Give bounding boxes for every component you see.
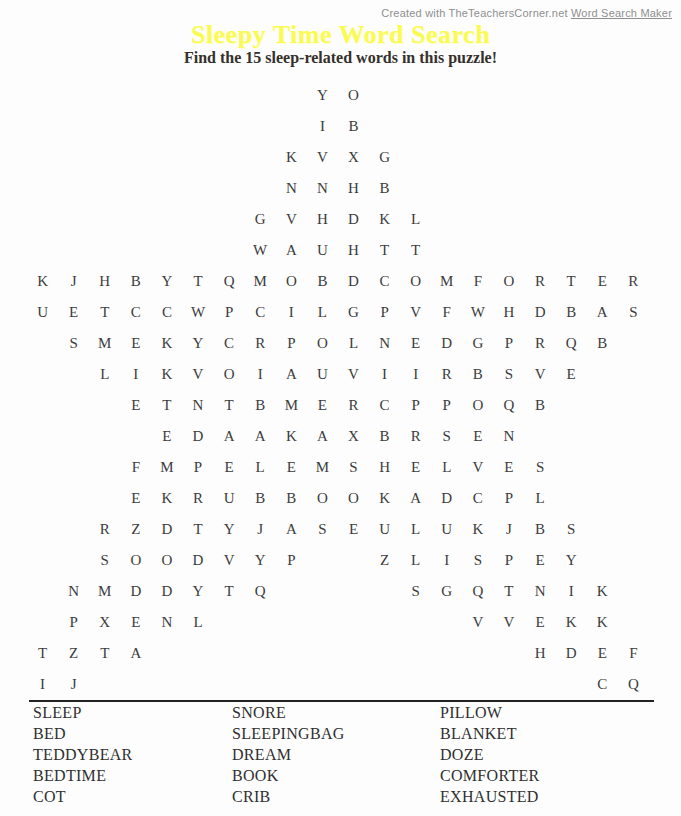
grid-cell: W — [182, 297, 213, 328]
grid-cell: Y — [307, 80, 338, 111]
grid-cell: S — [525, 452, 556, 483]
grid-cell-empty — [618, 173, 649, 204]
grid-cell-empty — [618, 452, 649, 483]
grid-cell-empty — [120, 80, 151, 111]
grid-cell: E — [587, 638, 618, 669]
grid-cell: B — [338, 111, 369, 142]
grid-cell-empty — [525, 111, 556, 142]
grid-cell-empty — [493, 111, 524, 142]
grid-cell-empty — [58, 545, 89, 576]
grid-cell: I — [400, 359, 431, 390]
grid-cell-empty — [618, 390, 649, 421]
grid-cell-empty — [89, 452, 120, 483]
grid-cell-empty — [27, 173, 58, 204]
grid-cell: P — [493, 483, 524, 514]
grid-cell-empty — [431, 607, 462, 638]
grid-cell: M — [89, 328, 120, 359]
grid-cell-empty — [214, 607, 245, 638]
grid-cell-empty — [338, 545, 369, 576]
grid-cell: R — [400, 421, 431, 452]
grid-cell: W — [462, 297, 493, 328]
grid-cell: Q — [245, 576, 276, 607]
word-search-maker-link[interactable]: Word Search Maker — [571, 7, 672, 19]
grid-cell-empty — [618, 421, 649, 452]
grid-cell-empty — [618, 80, 649, 111]
grid-cell: Q — [462, 576, 493, 607]
word-list-item: BLANKET — [440, 724, 540, 745]
grid-cell: J — [58, 266, 89, 297]
grid-cell-empty — [245, 111, 276, 142]
grid-cell-empty — [525, 204, 556, 235]
grid-cell-empty — [400, 669, 431, 700]
grid-cell: E — [400, 328, 431, 359]
grid-cell-empty — [462, 204, 493, 235]
grid-cell-empty — [89, 483, 120, 514]
grid-cell: E — [151, 421, 182, 452]
grid-cell: S — [338, 452, 369, 483]
grid-cell-empty — [182, 173, 213, 204]
grid-cell: H — [493, 297, 524, 328]
grid-cell: B — [525, 514, 556, 545]
grid-cell: V — [214, 545, 245, 576]
grid-cell-empty — [462, 111, 493, 142]
grid-cell-empty — [525, 80, 556, 111]
grid-cell-empty — [556, 421, 587, 452]
grid-cell: L — [525, 483, 556, 514]
grid-cell: I — [120, 359, 151, 390]
grid-cell: K — [276, 421, 307, 452]
grid-cell: U — [431, 514, 462, 545]
grid-cell: Z — [58, 638, 89, 669]
grid-cell-empty — [89, 111, 120, 142]
grid-cell-empty — [58, 483, 89, 514]
grid-cell-empty — [27, 390, 58, 421]
grid-cell-empty — [493, 638, 524, 669]
grid-cell: V — [462, 452, 493, 483]
credit-text: Created with TheTeachersCorner.net — [381, 7, 571, 19]
grid-cell: T — [369, 235, 400, 266]
grid-cell-empty — [556, 142, 587, 173]
grid-cell-empty — [58, 421, 89, 452]
grid-cell: E — [307, 390, 338, 421]
grid-cell-empty — [369, 80, 400, 111]
grid-cell: L — [245, 452, 276, 483]
word-list-item: SLEEPINGBAG — [232, 724, 440, 745]
grid-cell-empty — [214, 142, 245, 173]
grid-cell-empty — [307, 638, 338, 669]
grid-cell-empty — [27, 204, 58, 235]
grid-cell: M — [245, 266, 276, 297]
word-list-item: COT — [33, 787, 232, 808]
grid-cell: I — [245, 359, 276, 390]
grid-cell-empty — [587, 235, 618, 266]
grid-cell: A — [307, 421, 338, 452]
grid-cell: K — [369, 483, 400, 514]
grid-cell: I — [27, 669, 58, 700]
grid-cell: A — [276, 514, 307, 545]
word-list-column: PILLOWBLANKETDOZECOMFORTEREXHAUSTED — [440, 703, 540, 808]
grid-cell: P — [276, 328, 307, 359]
grid-cell-empty — [27, 483, 58, 514]
grid-cell-empty — [587, 421, 618, 452]
grid-cell: N — [369, 328, 400, 359]
grid-cell: C — [587, 669, 618, 700]
grid-cell-empty — [214, 235, 245, 266]
grid-cell-empty — [89, 421, 120, 452]
grid-cell: A — [276, 235, 307, 266]
grid-cell: T — [27, 638, 58, 669]
grid-cell: K — [27, 266, 58, 297]
grid-cell: E — [462, 421, 493, 452]
grid-cell: P — [400, 390, 431, 421]
grid-cell: I — [431, 545, 462, 576]
grid-cell: S — [462, 545, 493, 576]
grid-cell-empty — [618, 328, 649, 359]
grid-cell-empty — [431, 638, 462, 669]
grid-cell-empty — [27, 514, 58, 545]
grid-cell-empty — [587, 80, 618, 111]
grid-cell-empty — [307, 545, 338, 576]
grid-cell-empty — [27, 80, 58, 111]
grid-cell: E — [214, 452, 245, 483]
grid-cell-empty — [89, 204, 120, 235]
grid-cell: Y — [182, 576, 213, 607]
grid-cell: D — [525, 297, 556, 328]
grid-cell-empty — [462, 142, 493, 173]
word-list-divider — [29, 700, 654, 702]
grid-cell-empty — [120, 669, 151, 700]
grid-cell-empty — [182, 111, 213, 142]
grid-cell: P — [182, 452, 213, 483]
grid-cell-empty — [525, 173, 556, 204]
grid-cell: P — [369, 297, 400, 328]
grid-cell: B — [369, 173, 400, 204]
grid-cell-empty — [58, 204, 89, 235]
grid-cell-empty — [556, 452, 587, 483]
grid-cell: V — [338, 359, 369, 390]
grid-cell: K — [462, 514, 493, 545]
grid-cell-empty — [276, 607, 307, 638]
grid-cell: X — [338, 142, 369, 173]
grid-cell: V — [400, 297, 431, 328]
grid-cell: L — [89, 359, 120, 390]
word-list-item: DOZE — [440, 745, 540, 766]
grid-cell: D — [431, 483, 462, 514]
grid-cell: O — [307, 483, 338, 514]
grid-cell-empty — [431, 235, 462, 266]
grid-cell: L — [400, 514, 431, 545]
grid-cell-empty — [307, 607, 338, 638]
grid-cell: F — [618, 638, 649, 669]
grid-cell: O — [214, 359, 245, 390]
grid-cell: S — [307, 514, 338, 545]
grid-cell: R — [89, 514, 120, 545]
grid-cell-empty — [618, 576, 649, 607]
grid-cell-empty — [400, 111, 431, 142]
grid-cell-empty — [58, 452, 89, 483]
grid-cell-empty — [431, 80, 462, 111]
grid-cell: P — [214, 297, 245, 328]
grid-cell: D — [556, 638, 587, 669]
grid-cell: E — [120, 607, 151, 638]
grid-cell: F — [431, 297, 462, 328]
grid-cell: K — [151, 328, 182, 359]
grid-cell-empty — [58, 173, 89, 204]
grid-cell: S — [400, 576, 431, 607]
grid-cell: B — [462, 359, 493, 390]
grid-cell: M — [89, 576, 120, 607]
grid-cell: B — [245, 483, 276, 514]
grid-cell: O — [400, 266, 431, 297]
grid-cell: L — [338, 328, 369, 359]
grid-cell: O — [151, 545, 182, 576]
grid-cell: W — [245, 235, 276, 266]
grid-cell-empty — [276, 111, 307, 142]
grid-cell: I — [556, 576, 587, 607]
grid-cell: U — [307, 359, 338, 390]
grid-cell: U — [369, 514, 400, 545]
grid-cell-empty — [120, 421, 151, 452]
grid-cell-empty — [27, 576, 58, 607]
grid-cell: Y — [151, 266, 182, 297]
grid-cell: D — [431, 328, 462, 359]
letter-grid: YOIBKVXGNNHBGVHDKLWAUHTTKJHBYTQMOBDCOMFO… — [27, 80, 649, 700]
grid-cell-empty — [618, 607, 649, 638]
grid-cell: V — [493, 607, 524, 638]
grid-cell-empty — [431, 173, 462, 204]
grid-cell-empty — [618, 483, 649, 514]
grid-cell: V — [307, 142, 338, 173]
grid-cell-empty — [151, 80, 182, 111]
grid-cell-empty — [493, 235, 524, 266]
word-list-item: SNORE — [232, 703, 440, 724]
grid-cell: L — [431, 452, 462, 483]
word-list-item: EXHAUSTED — [440, 787, 540, 808]
grid-cell-empty — [276, 80, 307, 111]
grid-cell: E — [120, 328, 151, 359]
grid-cell-empty — [120, 173, 151, 204]
grid-cell-empty — [27, 111, 58, 142]
grid-cell: T — [400, 235, 431, 266]
grid-cell: B — [307, 266, 338, 297]
grid-cell-empty — [400, 638, 431, 669]
grid-cell-empty — [307, 576, 338, 607]
grid-cell: B — [587, 328, 618, 359]
grid-cell-empty — [89, 235, 120, 266]
grid-cell: C — [462, 483, 493, 514]
grid-cell-empty — [151, 111, 182, 142]
grid-cell-empty — [431, 142, 462, 173]
grid-cell-empty — [58, 390, 89, 421]
grid-cell-empty — [462, 235, 493, 266]
grid-cell: T — [89, 638, 120, 669]
grid-cell: E — [58, 297, 89, 328]
grid-cell-empty — [462, 638, 493, 669]
grid-cell-empty — [182, 638, 213, 669]
grid-cell: N — [58, 576, 89, 607]
grid-cell: K — [587, 576, 618, 607]
grid-cell: H — [338, 173, 369, 204]
word-list-item: BED — [33, 724, 232, 745]
grid-cell-empty — [338, 669, 369, 700]
grid-cell-empty — [400, 607, 431, 638]
puzzle-title: Sleepy Time Word Search — [0, 20, 681, 50]
grid-cell: E — [556, 359, 587, 390]
grid-cell: O — [462, 390, 493, 421]
grid-cell: E — [587, 266, 618, 297]
grid-cell-empty — [58, 80, 89, 111]
grid-cell-empty — [245, 80, 276, 111]
grid-cell-empty — [493, 80, 524, 111]
grid-cell: G — [462, 328, 493, 359]
grid-cell-empty — [587, 142, 618, 173]
grid-cell: H — [89, 266, 120, 297]
grid-cell: U — [27, 297, 58, 328]
grid-cell: J — [493, 514, 524, 545]
grid-cell-empty — [89, 173, 120, 204]
grid-cell-empty — [587, 483, 618, 514]
grid-cell-empty — [58, 142, 89, 173]
grid-cell: T — [493, 576, 524, 607]
grid-cell-empty — [493, 204, 524, 235]
grid-cell: U — [307, 235, 338, 266]
grid-cell: S — [556, 514, 587, 545]
grid-cell-empty — [525, 235, 556, 266]
grid-cell-empty — [587, 359, 618, 390]
grid-cell: H — [338, 235, 369, 266]
grid-cell-empty — [214, 111, 245, 142]
grid-cell: H — [369, 452, 400, 483]
grid-cell: Z — [369, 545, 400, 576]
grid-cell: E — [525, 607, 556, 638]
grid-cell: A — [120, 638, 151, 669]
grid-cell-empty — [338, 607, 369, 638]
grid-cell-empty — [182, 142, 213, 173]
grid-cell-empty — [587, 173, 618, 204]
grid-cell: R — [182, 483, 213, 514]
grid-cell-empty — [338, 576, 369, 607]
grid-cell: B — [369, 421, 400, 452]
grid-cell: D — [338, 266, 369, 297]
grid-cell: V — [182, 359, 213, 390]
word-list-item: CRIB — [232, 787, 440, 808]
grid-cell-empty — [182, 80, 213, 111]
grid-cell-empty — [245, 142, 276, 173]
grid-cell-empty — [525, 669, 556, 700]
grid-cell-empty — [214, 669, 245, 700]
grid-cell-empty — [431, 669, 462, 700]
grid-cell-empty — [27, 452, 58, 483]
grid-cell: G — [369, 142, 400, 173]
grid-cell-empty — [245, 638, 276, 669]
grid-cell: O — [493, 266, 524, 297]
grid-cell-empty — [58, 514, 89, 545]
grid-cell: S — [618, 297, 649, 328]
grid-cell: E — [493, 452, 524, 483]
grid-cell-empty — [27, 421, 58, 452]
grid-cell-empty — [245, 607, 276, 638]
grid-cell-empty — [214, 173, 245, 204]
grid-cell: I — [369, 359, 400, 390]
grid-cell: S — [89, 545, 120, 576]
grid-cell: E — [400, 452, 431, 483]
grid-cell-empty — [493, 669, 524, 700]
grid-cell-empty — [493, 142, 524, 173]
grid-cell-empty — [307, 669, 338, 700]
grid-cell: H — [525, 638, 556, 669]
grid-cell-empty — [245, 173, 276, 204]
grid-cell: L — [400, 545, 431, 576]
grid-cell: N — [151, 607, 182, 638]
grid-cell-empty — [214, 638, 245, 669]
grid-cell: C — [120, 297, 151, 328]
grid-cell-empty — [151, 204, 182, 235]
grid-cell: A — [276, 359, 307, 390]
grid-cell: V — [525, 359, 556, 390]
grid-cell: O — [338, 80, 369, 111]
grid-cell: L — [307, 297, 338, 328]
grid-cell-empty — [556, 173, 587, 204]
grid-cell: A — [245, 421, 276, 452]
grid-cell: C — [214, 328, 245, 359]
grid-cell: M — [431, 266, 462, 297]
grid-cell: F — [462, 266, 493, 297]
grid-cell: S — [58, 328, 89, 359]
grid-cell: Y — [556, 545, 587, 576]
grid-cell: I — [276, 297, 307, 328]
grid-cell: D — [182, 421, 213, 452]
grid-cell: N — [182, 390, 213, 421]
grid-cell: X — [89, 607, 120, 638]
grid-cell-empty — [618, 514, 649, 545]
grid-cell: N — [276, 173, 307, 204]
grid-cell-empty — [556, 669, 587, 700]
grid-cell: N — [307, 173, 338, 204]
grid-cell: F — [120, 452, 151, 483]
puzzle-subtitle: Find the 15 sleep-related words in this … — [0, 49, 681, 67]
grid-cell-empty — [525, 421, 556, 452]
grid-cell-empty — [120, 204, 151, 235]
grid-cell-empty — [151, 669, 182, 700]
grid-cell: U — [214, 483, 245, 514]
grid-cell-empty — [400, 80, 431, 111]
grid-cell-empty — [462, 80, 493, 111]
grid-cell-empty — [587, 545, 618, 576]
grid-cell-empty — [587, 452, 618, 483]
grid-cell-empty — [369, 638, 400, 669]
word-list-column: SLEEPBEDTEDDYBEARBEDTIMECOT — [33, 703, 232, 808]
grid-cell-empty — [431, 111, 462, 142]
grid-cell-empty — [400, 142, 431, 173]
word-list-item: PILLOW — [440, 703, 540, 724]
grid-cell: D — [182, 545, 213, 576]
grid-cell-empty — [214, 80, 245, 111]
grid-cell: V — [276, 204, 307, 235]
grid-cell: O — [276, 266, 307, 297]
grid-cell-empty — [151, 173, 182, 204]
grid-cell: A — [400, 483, 431, 514]
grid-cell-empty — [182, 235, 213, 266]
grid-cell-empty — [556, 80, 587, 111]
grid-cell: S — [493, 359, 524, 390]
grid-cell: T — [151, 390, 182, 421]
grid-cell: B — [120, 266, 151, 297]
grid-cell-empty — [462, 669, 493, 700]
grid-cell: N — [525, 576, 556, 607]
grid-cell: B — [276, 483, 307, 514]
grid-cell-empty — [27, 545, 58, 576]
grid-cell: T — [214, 390, 245, 421]
